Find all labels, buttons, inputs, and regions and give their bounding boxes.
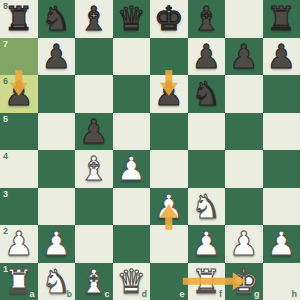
- square-b8[interactable]: ♞: [38, 0, 76, 38]
- square-b2[interactable]: ♟: [38, 225, 76, 263]
- black-rook[interactable]: ♜: [263, 0, 301, 38]
- square-h1[interactable]: h: [263, 263, 301, 300]
- square-b5[interactable]: [38, 113, 76, 151]
- square-h5[interactable]: [263, 113, 301, 151]
- square-h3[interactable]: [263, 188, 301, 226]
- black-pawn[interactable]: ♟: [150, 75, 188, 113]
- board-squares: 8♜♞♝♛♚♝♜7♟♟♟♟6♟♟♞5♟4♝♟3♟♞2♟♟♟♟♟1a♜b♞c♝d♛…: [0, 0, 300, 300]
- square-a7[interactable]: 7: [0, 38, 38, 76]
- rank-label-3: 3: [3, 190, 8, 199]
- square-a1[interactable]: 1a♜: [0, 263, 38, 300]
- square-g5[interactable]: [225, 113, 263, 151]
- square-h4[interactable]: [263, 150, 301, 188]
- file-label-e: e: [179, 290, 184, 299]
- square-b7[interactable]: ♟: [38, 38, 76, 76]
- black-pawn[interactable]: ♟: [75, 113, 113, 151]
- square-g2[interactable]: ♟: [225, 225, 263, 263]
- white-pawn[interactable]: ♟: [113, 150, 151, 188]
- square-c8[interactable]: ♝: [75, 0, 113, 38]
- square-f6[interactable]: ♞: [188, 75, 226, 113]
- white-king[interactable]: ♚: [225, 263, 263, 300]
- square-f1[interactable]: f♜: [188, 263, 226, 300]
- square-f2[interactable]: ♟: [188, 225, 226, 263]
- square-a5[interactable]: 5: [0, 113, 38, 151]
- white-knight[interactable]: ♞: [188, 188, 226, 226]
- black-pawn[interactable]: ♟: [225, 38, 263, 76]
- square-d4[interactable]: ♟: [113, 150, 151, 188]
- square-g8[interactable]: [225, 0, 263, 38]
- square-c7[interactable]: [75, 38, 113, 76]
- square-h8[interactable]: ♜: [263, 0, 301, 38]
- black-bishop[interactable]: ♝: [188, 0, 226, 38]
- square-d2[interactable]: [113, 225, 151, 263]
- white-rook[interactable]: ♜: [188, 263, 226, 300]
- white-pawn[interactable]: ♟: [38, 225, 76, 263]
- black-queen[interactable]: ♛: [113, 0, 151, 38]
- square-b1[interactable]: b♞: [38, 263, 76, 300]
- white-rook[interactable]: ♜: [0, 263, 38, 300]
- white-pawn[interactable]: ♟: [0, 225, 38, 263]
- square-g6[interactable]: [225, 75, 263, 113]
- square-g4[interactable]: [225, 150, 263, 188]
- white-pawn[interactable]: ♟: [188, 225, 226, 263]
- square-c1[interactable]: c♝: [75, 263, 113, 300]
- square-a3[interactable]: 3: [0, 188, 38, 226]
- rank-label-7: 7: [3, 40, 8, 49]
- black-bishop[interactable]: ♝: [75, 0, 113, 38]
- rank-label-4: 4: [3, 152, 8, 161]
- square-d7[interactable]: [113, 38, 151, 76]
- black-king[interactable]: ♚: [150, 0, 188, 38]
- white-bishop[interactable]: ♝: [75, 263, 113, 300]
- square-c3[interactable]: [75, 188, 113, 226]
- square-h6[interactable]: [263, 75, 301, 113]
- black-pawn[interactable]: ♟: [263, 38, 301, 76]
- square-c2[interactable]: [75, 225, 113, 263]
- square-a8[interactable]: 8♜: [0, 0, 38, 38]
- black-rook[interactable]: ♜: [0, 0, 38, 38]
- square-h7[interactable]: ♟: [263, 38, 301, 76]
- black-knight[interactable]: ♞: [38, 0, 76, 38]
- chess-board: 8♜♞♝♛♚♝♜7♟♟♟♟6♟♟♞5♟4♝♟3♟♞2♟♟♟♟♟1a♜b♞c♝d♛…: [0, 0, 300, 300]
- file-label-h: h: [292, 290, 298, 299]
- square-f7[interactable]: ♟: [188, 38, 226, 76]
- square-e2[interactable]: [150, 225, 188, 263]
- square-f8[interactable]: ♝: [188, 0, 226, 38]
- square-a4[interactable]: 4: [0, 150, 38, 188]
- white-knight[interactable]: ♞: [38, 263, 76, 300]
- square-e1[interactable]: e: [150, 263, 188, 300]
- square-f4[interactable]: [188, 150, 226, 188]
- white-pawn[interactable]: ♟: [150, 188, 188, 226]
- square-c4[interactable]: ♝: [75, 150, 113, 188]
- white-bishop[interactable]: ♝: [75, 150, 113, 188]
- square-e7[interactable]: [150, 38, 188, 76]
- square-e6[interactable]: ♟: [150, 75, 188, 113]
- square-c6[interactable]: [75, 75, 113, 113]
- square-d1[interactable]: d♛: [113, 263, 151, 300]
- square-c5[interactable]: ♟: [75, 113, 113, 151]
- square-d5[interactable]: [113, 113, 151, 151]
- white-pawn[interactable]: ♟: [263, 225, 301, 263]
- rank-label-5: 5: [3, 115, 8, 124]
- black-pawn[interactable]: ♟: [38, 38, 76, 76]
- square-a6[interactable]: 6♟: [0, 75, 38, 113]
- square-g3[interactable]: [225, 188, 263, 226]
- square-h2[interactable]: ♟: [263, 225, 301, 263]
- white-queen[interactable]: ♛: [113, 263, 151, 300]
- square-b3[interactable]: [38, 188, 76, 226]
- black-pawn[interactable]: ♟: [0, 75, 38, 113]
- white-pawn[interactable]: ♟: [225, 225, 263, 263]
- square-e5[interactable]: [150, 113, 188, 151]
- square-g1[interactable]: g♚: [225, 263, 263, 300]
- square-b6[interactable]: [38, 75, 76, 113]
- square-f3[interactable]: ♞: [188, 188, 226, 226]
- square-b4[interactable]: [38, 150, 76, 188]
- square-d3[interactable]: [113, 188, 151, 226]
- black-pawn[interactable]: ♟: [188, 38, 226, 76]
- square-d6[interactable]: [113, 75, 151, 113]
- square-f5[interactable]: [188, 113, 226, 151]
- square-g7[interactable]: ♟: [225, 38, 263, 76]
- black-knight[interactable]: ♞: [188, 75, 226, 113]
- square-d8[interactable]: ♛: [113, 0, 151, 38]
- square-e8[interactable]: ♚: [150, 0, 188, 38]
- square-e4[interactable]: [150, 150, 188, 188]
- square-e3[interactable]: ♟: [150, 188, 188, 226]
- square-a2[interactable]: 2♟: [0, 225, 38, 263]
